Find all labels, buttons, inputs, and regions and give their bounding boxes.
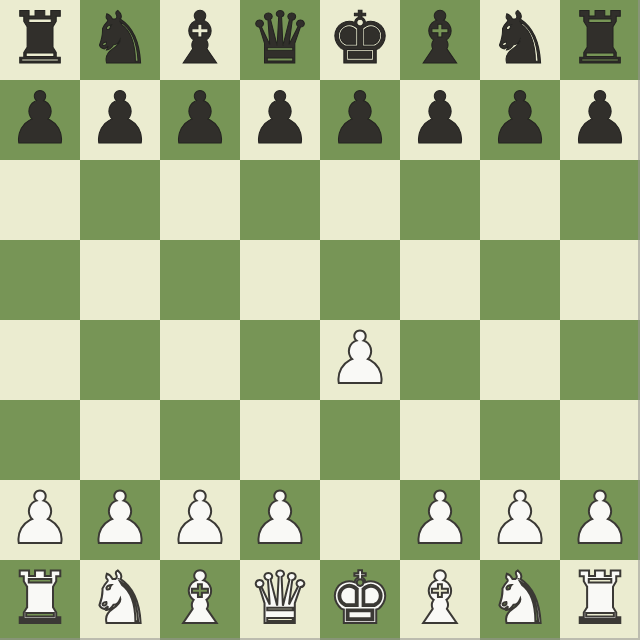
square-b7[interactable]: ♟ — [80, 80, 160, 160]
square-h8[interactable]: ♜ — [560, 0, 640, 80]
white-bishop-piece[interactable]: ♝ — [168, 560, 233, 638]
white-pawn-piece[interactable]: ♟ — [8, 480, 73, 558]
square-e2[interactable] — [320, 480, 400, 560]
white-knight-piece[interactable]: ♞ — [488, 560, 553, 638]
square-f5[interactable] — [400, 240, 480, 320]
square-f3[interactable] — [400, 400, 480, 480]
square-g8[interactable]: ♞ — [480, 0, 560, 80]
square-e4[interactable]: ♟ — [320, 320, 400, 400]
white-bishop-piece[interactable]: ♝ — [408, 560, 473, 638]
square-h5[interactable] — [560, 240, 640, 320]
square-a3[interactable] — [0, 400, 80, 480]
square-b6[interactable] — [80, 160, 160, 240]
black-pawn-piece[interactable]: ♟ — [568, 80, 633, 158]
square-g2[interactable]: ♟ — [480, 480, 560, 560]
square-g4[interactable] — [480, 320, 560, 400]
square-f4[interactable] — [400, 320, 480, 400]
square-c6[interactable] — [160, 160, 240, 240]
white-pawn-piece[interactable]: ♟ — [168, 480, 233, 558]
chess-board: ♜♞♝♛♚♝♞♜♟♟♟♟♟♟♟♟♟♟♟♟♟♟♟♟♜♞♝♛♚♝♞♜ — [0, 0, 640, 640]
square-b3[interactable] — [80, 400, 160, 480]
square-e7[interactable]: ♟ — [320, 80, 400, 160]
square-d2[interactable]: ♟ — [240, 480, 320, 560]
square-g1[interactable]: ♞ — [480, 560, 560, 640]
black-king-piece[interactable]: ♚ — [328, 0, 393, 78]
square-c1[interactable]: ♝ — [160, 560, 240, 640]
black-pawn-piece[interactable]: ♟ — [168, 80, 233, 158]
square-f7[interactable]: ♟ — [400, 80, 480, 160]
black-rook-piece[interactable]: ♜ — [568, 0, 633, 78]
white-king-piece[interactable]: ♚ — [328, 560, 393, 638]
square-c7[interactable]: ♟ — [160, 80, 240, 160]
white-pawn-piece[interactable]: ♟ — [488, 480, 553, 558]
white-pawn-piece[interactable]: ♟ — [88, 480, 153, 558]
square-e3[interactable] — [320, 400, 400, 480]
square-b1[interactable]: ♞ — [80, 560, 160, 640]
square-h3[interactable] — [560, 400, 640, 480]
square-b5[interactable] — [80, 240, 160, 320]
square-a1[interactable]: ♜ — [0, 560, 80, 640]
white-knight-piece[interactable]: ♞ — [88, 560, 153, 638]
white-pawn-piece[interactable]: ♟ — [568, 480, 633, 558]
square-h2[interactable]: ♟ — [560, 480, 640, 560]
square-e6[interactable] — [320, 160, 400, 240]
square-c8[interactable]: ♝ — [160, 0, 240, 80]
square-h6[interactable] — [560, 160, 640, 240]
square-a5[interactable] — [0, 240, 80, 320]
square-d8[interactable]: ♛ — [240, 0, 320, 80]
square-c3[interactable] — [160, 400, 240, 480]
square-d3[interactable] — [240, 400, 320, 480]
square-h4[interactable] — [560, 320, 640, 400]
square-g7[interactable]: ♟ — [480, 80, 560, 160]
square-g6[interactable] — [480, 160, 560, 240]
black-pawn-piece[interactable]: ♟ — [248, 80, 313, 158]
white-rook-piece[interactable]: ♜ — [8, 560, 73, 638]
square-g3[interactable] — [480, 400, 560, 480]
black-bishop-piece[interactable]: ♝ — [408, 0, 473, 78]
square-f8[interactable]: ♝ — [400, 0, 480, 80]
black-queen-piece[interactable]: ♛ — [248, 0, 313, 78]
black-pawn-piece[interactable]: ♟ — [408, 80, 473, 158]
white-pawn-piece[interactable]: ♟ — [248, 480, 313, 558]
black-pawn-piece[interactable]: ♟ — [328, 80, 393, 158]
black-pawn-piece[interactable]: ♟ — [88, 80, 153, 158]
square-e5[interactable] — [320, 240, 400, 320]
white-queen-piece[interactable]: ♛ — [248, 560, 313, 638]
square-d4[interactable] — [240, 320, 320, 400]
square-d6[interactable] — [240, 160, 320, 240]
square-f6[interactable] — [400, 160, 480, 240]
square-b2[interactable]: ♟ — [80, 480, 160, 560]
square-f2[interactable]: ♟ — [400, 480, 480, 560]
square-h1[interactable]: ♜ — [560, 560, 640, 640]
square-d7[interactable]: ♟ — [240, 80, 320, 160]
square-b4[interactable] — [80, 320, 160, 400]
square-c4[interactable] — [160, 320, 240, 400]
square-d1[interactable]: ♛ — [240, 560, 320, 640]
black-bishop-piece[interactable]: ♝ — [168, 0, 233, 78]
square-f1[interactable]: ♝ — [400, 560, 480, 640]
square-a6[interactable] — [0, 160, 80, 240]
square-d5[interactable] — [240, 240, 320, 320]
square-c2[interactable]: ♟ — [160, 480, 240, 560]
square-a2[interactable]: ♟ — [0, 480, 80, 560]
square-c5[interactable] — [160, 240, 240, 320]
white-pawn-piece[interactable]: ♟ — [328, 320, 393, 398]
black-knight-piece[interactable]: ♞ — [488, 0, 553, 78]
black-rook-piece[interactable]: ♜ — [8, 0, 73, 78]
square-a8[interactable]: ♜ — [0, 0, 80, 80]
square-h7[interactable]: ♟ — [560, 80, 640, 160]
black-knight-piece[interactable]: ♞ — [88, 0, 153, 78]
square-a4[interactable] — [0, 320, 80, 400]
square-a7[interactable]: ♟ — [0, 80, 80, 160]
white-pawn-piece[interactable]: ♟ — [408, 480, 473, 558]
square-e8[interactable]: ♚ — [320, 0, 400, 80]
square-g5[interactable] — [480, 240, 560, 320]
black-pawn-piece[interactable]: ♟ — [8, 80, 73, 158]
black-pawn-piece[interactable]: ♟ — [488, 80, 553, 158]
square-e1[interactable]: ♚ — [320, 560, 400, 640]
white-rook-piece[interactable]: ♜ — [568, 560, 633, 638]
square-b8[interactable]: ♞ — [80, 0, 160, 80]
